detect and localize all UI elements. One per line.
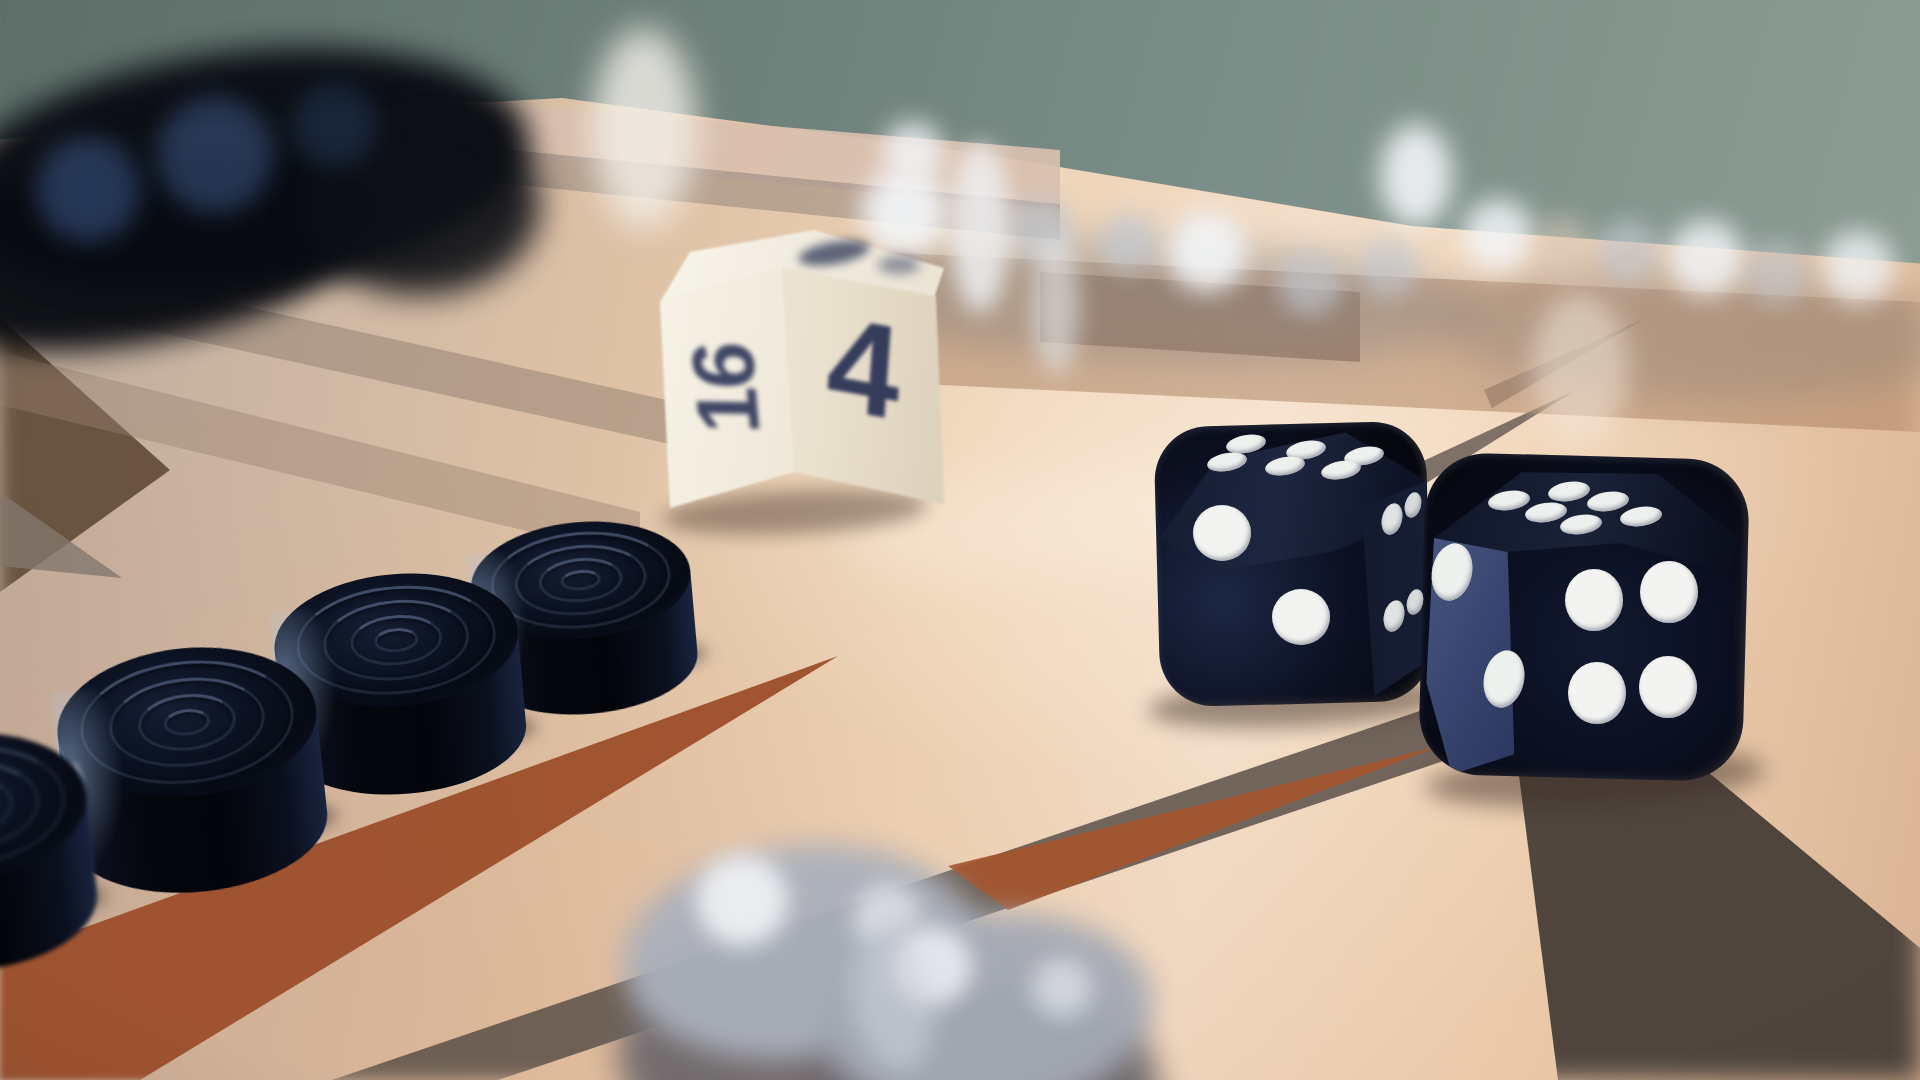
foreground-metal-checkers-layer — [0, 0, 1920, 1080]
metal-fg-2-highlight-2 — [1032, 958, 1092, 1018]
backgammon-photo-scene: 16 4 — [0, 0, 1920, 1080]
metal-fg-1-highlight-1 — [696, 854, 788, 946]
